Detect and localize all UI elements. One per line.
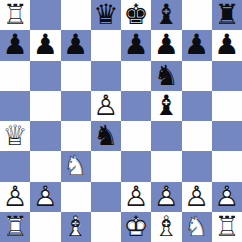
square-g8[interactable] <box>182 0 212 30</box>
piece-black-pawn[interactable]: ♟ <box>182 30 212 60</box>
square-g3[interactable] <box>182 151 212 181</box>
piece-glyph: ♟ <box>151 30 181 60</box>
piece-glyph: ♟ <box>0 30 30 60</box>
square-a3[interactable] <box>0 151 30 181</box>
piece-outline-layer: ♖ <box>212 212 242 242</box>
square-b4[interactable] <box>30 121 60 151</box>
piece-white-pawn[interactable]: ♟♙ <box>30 182 60 212</box>
piece-black-pawn[interactable]: ♟ <box>30 30 60 60</box>
piece-glyph: ♟ <box>121 30 151 60</box>
square-b7[interactable]: ♟ <box>30 30 60 60</box>
piece-outline-layer: ♙ <box>182 182 212 212</box>
square-f7[interactable]: ♟ <box>151 30 181 60</box>
square-g7[interactable]: ♟ <box>182 30 212 60</box>
square-c8[interactable] <box>61 0 91 30</box>
square-b2[interactable]: ♟♙ <box>30 182 60 212</box>
square-e2[interactable]: ♟♙ <box>121 182 151 212</box>
square-a5[interactable] <box>0 91 30 121</box>
square-h8[interactable]: ♜ <box>212 0 242 30</box>
piece-white-pawn[interactable]: ♟♙ <box>0 182 30 212</box>
square-f2[interactable]: ♟♙ <box>151 182 181 212</box>
piece-black-bishop[interactable]: ♝ <box>151 0 181 30</box>
square-f4[interactable] <box>151 121 181 151</box>
square-h2[interactable]: ♟♙ <box>212 182 242 212</box>
square-b8[interactable] <box>30 0 60 30</box>
square-c3[interactable]: ♞♘ <box>61 151 91 181</box>
piece-white-pawn[interactable]: ♟♙ <box>91 91 121 121</box>
square-g5[interactable] <box>182 91 212 121</box>
piece-outline-layer: ♗ <box>151 212 181 242</box>
piece-black-pawn[interactable]: ♟ <box>0 30 30 60</box>
square-e5[interactable] <box>121 91 151 121</box>
piece-black-knight[interactable]: ♞ <box>151 61 181 91</box>
square-e3[interactable] <box>121 151 151 181</box>
piece-black-pawn[interactable]: ♟ <box>212 30 242 60</box>
square-f5[interactable]: ♝ <box>151 91 181 121</box>
piece-white-pawn[interactable]: ♟♙ <box>212 182 242 212</box>
square-e6[interactable] <box>121 61 151 91</box>
square-f1[interactable]: ♝♗ <box>151 212 181 242</box>
square-c1[interactable]: ♝♗ <box>61 212 91 242</box>
square-h7[interactable]: ♟ <box>212 30 242 60</box>
square-a6[interactable] <box>0 61 30 91</box>
square-b5[interactable] <box>30 91 60 121</box>
piece-glyph: ♞ <box>91 121 121 151</box>
piece-black-knight[interactable]: ♞ <box>91 121 121 151</box>
piece-white-queen[interactable]: ♛♕ <box>0 121 30 151</box>
piece-glyph: ♝ <box>151 0 181 30</box>
piece-outline-layer: ♘ <box>61 151 91 181</box>
square-h6[interactable] <box>212 61 242 91</box>
piece-white-bishop[interactable]: ♝♗ <box>61 212 91 242</box>
square-g1[interactable]: ♞♘ <box>182 212 212 242</box>
piece-outline-layer: ♙ <box>212 182 242 212</box>
piece-outline-layer: ♖ <box>0 212 30 242</box>
piece-outline-layer: ♙ <box>91 91 121 121</box>
piece-glyph: ♚ <box>121 0 151 30</box>
square-c4[interactable] <box>61 121 91 151</box>
piece-white-pawn[interactable]: ♟♙ <box>121 182 151 212</box>
piece-white-knight[interactable]: ♞♘ <box>182 212 212 242</box>
piece-outline-layer: ♘ <box>182 212 212 242</box>
square-d7[interactable] <box>91 30 121 60</box>
square-f6[interactable]: ♞ <box>151 61 181 91</box>
square-a7[interactable]: ♟ <box>0 30 30 60</box>
square-e7[interactable]: ♟ <box>121 30 151 60</box>
square-c5[interactable] <box>61 91 91 121</box>
square-e1[interactable]: ♚♔ <box>121 212 151 242</box>
square-a1[interactable]: ♜♖ <box>0 212 30 242</box>
square-c2[interactable] <box>61 182 91 212</box>
piece-outline-layer: ♔ <box>121 212 151 242</box>
piece-outline-layer: ♙ <box>151 182 181 212</box>
piece-black-bishop[interactable]: ♝ <box>151 91 181 121</box>
piece-white-pawn[interactable]: ♟♙ <box>182 182 212 212</box>
piece-glyph: ♝ <box>151 91 181 121</box>
square-h1[interactable]: ♜♖ <box>212 212 242 242</box>
square-f3[interactable] <box>151 151 181 181</box>
chess-board: ♜♖♛♚♝♜♟♟♟♟♟♟♟♞♟♙♝♛♕♞♞♘♟♙♟♙♟♙♟♙♟♙♟♙♜♖♝♗♚♔… <box>0 0 242 242</box>
piece-glyph: ♛ <box>91 0 121 30</box>
piece-outline-layer: ♗ <box>61 212 91 242</box>
square-d3[interactable] <box>91 151 121 181</box>
square-d2[interactable] <box>91 182 121 212</box>
piece-white-pawn[interactable]: ♟♙ <box>151 182 181 212</box>
square-b1[interactable] <box>30 212 60 242</box>
piece-glyph: ♟ <box>30 30 60 60</box>
piece-outline-layer: ♕ <box>0 121 30 151</box>
square-e4[interactable] <box>121 121 151 151</box>
piece-white-bishop[interactable]: ♝♗ <box>151 212 181 242</box>
piece-white-king[interactable]: ♚♔ <box>121 212 151 242</box>
piece-white-rook[interactable]: ♜♖ <box>212 212 242 242</box>
piece-outline-layer: ♙ <box>121 182 151 212</box>
piece-outline-layer: ♙ <box>0 182 30 212</box>
piece-black-pawn[interactable]: ♟ <box>151 30 181 60</box>
square-d5[interactable]: ♟♙ <box>91 91 121 121</box>
chess-app: ♜♖♛♚♝♜♟♟♟♟♟♟♟♞♟♙♝♛♕♞♞♘♟♙♟♙♟♙♟♙♟♙♟♙♜♖♝♗♚♔… <box>0 0 242 242</box>
piece-white-rook[interactable]: ♜♖ <box>0 0 30 30</box>
square-d1[interactable] <box>91 212 121 242</box>
piece-outline-layer: ♖ <box>0 0 30 30</box>
piece-glyph: ♟ <box>212 30 242 60</box>
piece-glyph: ♞ <box>151 61 181 91</box>
piece-white-knight[interactable]: ♞♘ <box>61 151 91 181</box>
square-a2[interactable]: ♟♙ <box>0 182 30 212</box>
piece-glyph: ♟ <box>61 30 91 60</box>
square-a8[interactable]: ♜♖ <box>0 0 30 30</box>
square-c7[interactable]: ♟ <box>61 30 91 60</box>
square-d8[interactable]: ♛ <box>91 0 121 30</box>
piece-black-rook[interactable]: ♜ <box>212 0 242 30</box>
piece-white-rook[interactable]: ♜♖ <box>0 212 30 242</box>
piece-outline-layer: ♙ <box>30 182 60 212</box>
piece-glyph: ♜ <box>212 0 242 30</box>
piece-black-queen[interactable]: ♛ <box>91 0 121 30</box>
square-b3[interactable] <box>30 151 60 181</box>
square-g2[interactable]: ♟♙ <box>182 182 212 212</box>
square-h3[interactable] <box>212 151 242 181</box>
square-f8[interactable]: ♝ <box>151 0 181 30</box>
square-e8[interactable]: ♚ <box>121 0 151 30</box>
square-d6[interactable] <box>91 61 121 91</box>
square-a4[interactable]: ♛♕ <box>0 121 30 151</box>
piece-black-pawn[interactable]: ♟ <box>121 30 151 60</box>
square-b6[interactable] <box>30 61 60 91</box>
piece-black-pawn[interactable]: ♟ <box>61 30 91 60</box>
square-g4[interactable] <box>182 121 212 151</box>
square-h5[interactable] <box>212 91 242 121</box>
piece-glyph: ♟ <box>182 30 212 60</box>
square-g6[interactable] <box>182 61 212 91</box>
square-d4[interactable]: ♞ <box>91 121 121 151</box>
square-c6[interactable] <box>61 61 91 91</box>
piece-black-king[interactable]: ♚ <box>121 0 151 30</box>
square-h4[interactable] <box>212 121 242 151</box>
